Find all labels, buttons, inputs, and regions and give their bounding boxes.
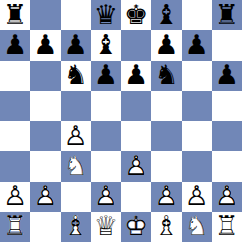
square-f5[interactable] (151, 91, 181, 121)
piece-black-knight[interactable]: ♞ (61, 61, 91, 91)
piece-white-knight[interactable]: ♞♘ (61, 151, 91, 181)
square-c7[interactable]: ♟ (61, 30, 91, 60)
square-e6[interactable]: ♟ (121, 61, 151, 91)
piece-glyph-outline: ♘ (182, 212, 212, 242)
square-e2[interactable] (121, 182, 151, 212)
piece-glyph: ♚ (121, 0, 151, 30)
square-b6[interactable] (30, 61, 60, 91)
piece-glyph: ♞ (61, 61, 91, 91)
square-b5[interactable] (30, 91, 60, 121)
square-a2[interactable]: ♟♙ (0, 182, 30, 212)
piece-glyph: ♜ (0, 0, 30, 30)
piece-white-pawn[interactable]: ♟♙ (91, 182, 121, 212)
piece-glyph-outline: ♘ (61, 151, 91, 181)
piece-glyph-outline: ♙ (182, 182, 212, 212)
piece-white-rook[interactable]: ♜♖ (212, 212, 242, 242)
piece-glyph: ♟ (151, 30, 181, 60)
square-g6[interactable] (182, 61, 212, 91)
square-g4[interactable] (182, 121, 212, 151)
square-a1[interactable]: ♜♖ (0, 212, 30, 242)
square-a6[interactable] (0, 61, 30, 91)
piece-glyph: ♟ (61, 30, 91, 60)
piece-glyph-outline: ♕ (91, 212, 121, 242)
piece-glyph-outline: ♙ (212, 182, 242, 212)
piece-glyph-outline: ♖ (0, 212, 30, 242)
square-h2[interactable]: ♟♙ (212, 182, 242, 212)
square-e3[interactable]: ♟♙ (121, 151, 151, 181)
square-a5[interactable] (0, 91, 30, 121)
piece-black-pawn[interactable]: ♟ (182, 30, 212, 60)
piece-glyph: ♟ (30, 30, 60, 60)
square-a7[interactable]: ♟ (0, 30, 30, 60)
square-d5[interactable] (91, 91, 121, 121)
piece-glyph: ♝ (151, 0, 181, 30)
piece-glyph: ♟ (182, 30, 212, 60)
square-b8[interactable] (30, 0, 60, 30)
square-e8[interactable]: ♚ (121, 0, 151, 30)
piece-white-pawn[interactable]: ♟♙ (61, 121, 91, 151)
piece-glyph: ♟ (212, 61, 242, 91)
square-f3[interactable] (151, 151, 181, 181)
square-d4[interactable] (91, 121, 121, 151)
square-e4[interactable] (121, 121, 151, 151)
square-g7[interactable]: ♟ (182, 30, 212, 60)
piece-white-pawn[interactable]: ♟♙ (212, 182, 242, 212)
piece-white-pawn[interactable]: ♟♙ (121, 151, 151, 181)
piece-glyph-outline: ♙ (0, 182, 30, 212)
piece-white-queen[interactable]: ♛♕ (91, 212, 121, 242)
piece-glyph: ♛ (91, 0, 121, 30)
square-b1[interactable] (30, 212, 60, 242)
square-h4[interactable] (212, 121, 242, 151)
square-f1[interactable]: ♝♗ (151, 212, 181, 242)
square-f4[interactable] (151, 121, 181, 151)
square-c4[interactable]: ♟♙ (61, 121, 91, 151)
square-h1[interactable]: ♜♖ (212, 212, 242, 242)
square-h7[interactable] (212, 30, 242, 60)
square-e7[interactable] (121, 30, 151, 60)
piece-glyph: ♟ (91, 61, 121, 91)
square-g3[interactable] (182, 151, 212, 181)
piece-glyph: ♞ (151, 61, 181, 91)
piece-black-knight[interactable]: ♞ (151, 61, 181, 91)
square-c5[interactable] (61, 91, 91, 121)
piece-glyph-outline: ♙ (91, 182, 121, 212)
square-d8[interactable]: ♛ (91, 0, 121, 30)
piece-black-pawn[interactable]: ♟ (91, 61, 121, 91)
square-d3[interactable] (91, 151, 121, 181)
piece-glyph-outline: ♖ (212, 212, 242, 242)
piece-black-bishop[interactable]: ♝ (151, 0, 181, 30)
square-h8[interactable]: ♜ (212, 0, 242, 30)
piece-black-rook[interactable]: ♜ (212, 0, 242, 30)
square-h6[interactable]: ♟ (212, 61, 242, 91)
square-g5[interactable] (182, 91, 212, 121)
piece-glyph-outline: ♔ (121, 212, 151, 242)
square-c2[interactable] (61, 182, 91, 212)
square-g8[interactable] (182, 0, 212, 30)
piece-glyph: ♟ (121, 61, 151, 91)
piece-glyph-outline: ♙ (151, 182, 181, 212)
square-e1[interactable]: ♚♔ (121, 212, 151, 242)
piece-black-pawn[interactable]: ♟ (151, 30, 181, 60)
square-b3[interactable] (30, 151, 60, 181)
piece-black-rook[interactable]: ♜ (0, 0, 30, 30)
square-f7[interactable]: ♟ (151, 30, 181, 60)
square-g1[interactable]: ♞♘ (182, 212, 212, 242)
piece-black-pawn[interactable]: ♟ (61, 30, 91, 60)
piece-glyph-outline: ♙ (121, 151, 151, 181)
piece-white-knight[interactable]: ♞♘ (182, 212, 212, 242)
square-g2[interactable]: ♟♙ (182, 182, 212, 212)
square-c8[interactable] (61, 0, 91, 30)
piece-black-king[interactable]: ♚ (121, 0, 151, 30)
square-c6[interactable]: ♞ (61, 61, 91, 91)
piece-glyph: ♟ (0, 30, 30, 60)
square-d7[interactable]: ♝ (91, 30, 121, 60)
piece-white-pawn[interactable]: ♟♙ (182, 182, 212, 212)
piece-white-king[interactable]: ♚♔ (121, 212, 151, 242)
piece-glyph: ♝ (91, 30, 121, 60)
chess-board: ♜♛♚♝♜♟♟♟♝♟♟♞♟♟♞♟♟♙♞♘♟♙♟♙♟♙♟♙♟♙♟♙♟♙♜♖♝♗♛♕… (0, 0, 242, 242)
square-h3[interactable] (212, 151, 242, 181)
piece-glyph: ♜ (212, 0, 242, 30)
piece-black-pawn[interactable]: ♟ (121, 61, 151, 91)
piece-glyph-outline: ♗ (61, 212, 91, 242)
square-f6[interactable]: ♞ (151, 61, 181, 91)
square-c3[interactable]: ♞♘ (61, 151, 91, 181)
square-a3[interactable] (0, 151, 30, 181)
square-e5[interactable] (121, 91, 151, 121)
piece-glyph-outline: ♗ (151, 212, 181, 242)
piece-white-pawn[interactable]: ♟♙ (30, 182, 60, 212)
square-h5[interactable] (212, 91, 242, 121)
piece-black-pawn[interactable]: ♟ (212, 61, 242, 91)
square-d2[interactable]: ♟♙ (91, 182, 121, 212)
square-b7[interactable]: ♟ (30, 30, 60, 60)
piece-black-pawn[interactable]: ♟ (0, 30, 30, 60)
piece-white-pawn[interactable]: ♟♙ (151, 182, 181, 212)
piece-black-bishop[interactable]: ♝ (91, 30, 121, 60)
piece-white-pawn[interactable]: ♟♙ (0, 182, 30, 212)
piece-black-pawn[interactable]: ♟ (30, 30, 60, 60)
square-f2[interactable]: ♟♙ (151, 182, 181, 212)
piece-glyph-outline: ♙ (30, 182, 60, 212)
square-f8[interactable]: ♝ (151, 0, 181, 30)
square-b2[interactable]: ♟♙ (30, 182, 60, 212)
square-a4[interactable] (0, 121, 30, 151)
piece-white-rook[interactable]: ♜♖ (0, 212, 30, 242)
piece-white-bishop[interactable]: ♝♗ (61, 212, 91, 242)
square-d1[interactable]: ♛♕ (91, 212, 121, 242)
piece-white-bishop[interactable]: ♝♗ (151, 212, 181, 242)
piece-black-queen[interactable]: ♛ (91, 0, 121, 30)
square-c1[interactable]: ♝♗ (61, 212, 91, 242)
piece-glyph-outline: ♙ (61, 121, 91, 151)
square-d6[interactable]: ♟ (91, 61, 121, 91)
square-b4[interactable] (30, 121, 60, 151)
square-a8[interactable]: ♜ (0, 0, 30, 30)
